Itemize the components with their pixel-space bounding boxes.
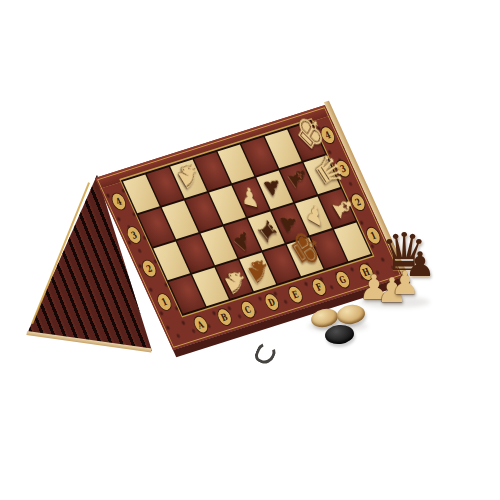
latch-clasp [253,340,279,367]
product-photo-scene: 43214321ABCDEFGH ♞♚♟♝♟♛♟♜♟♟♝♞♞♚ ♛♟♟♟♟ [0,0,500,500]
piece-wP-e3: ♟ [239,182,260,211]
floor-piece-wP-4: ♟ [391,267,420,299]
